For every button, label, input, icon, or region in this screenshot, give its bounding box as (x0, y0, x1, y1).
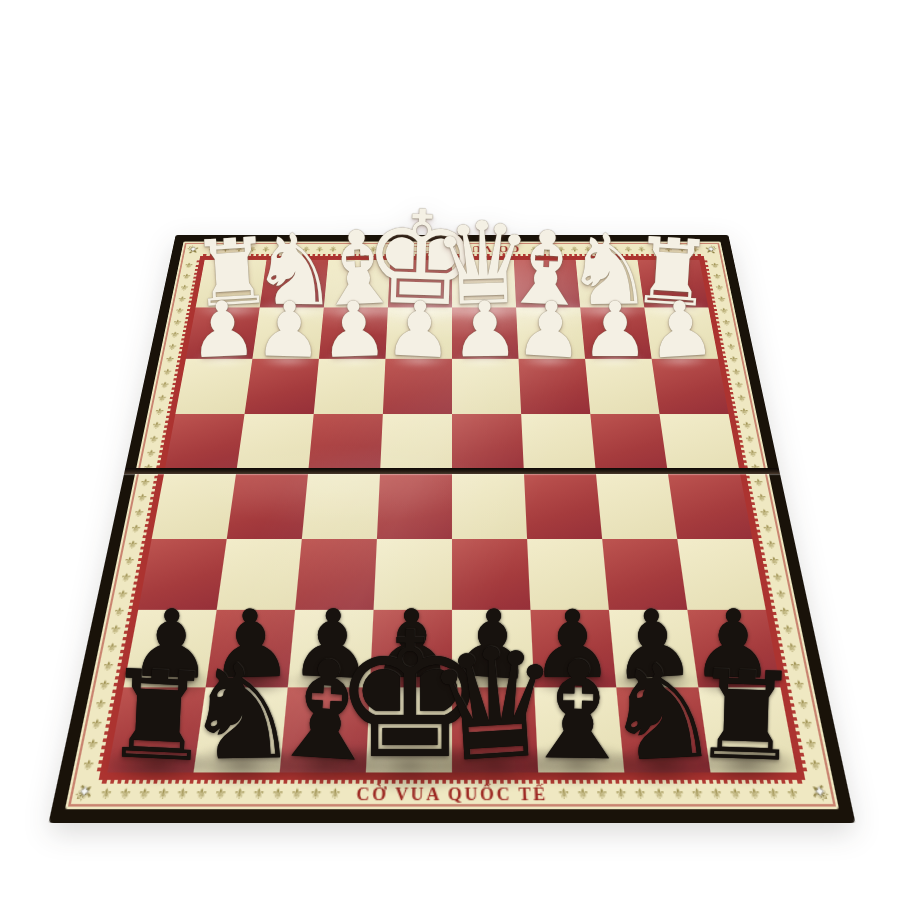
white-pawn-piece: ♟ (253, 291, 324, 369)
white-pawn-piece: ♟ (450, 291, 519, 368)
white-pawn-piece: ♟ (188, 290, 260, 369)
white-pawn-piece: ♟ (319, 291, 390, 369)
white-pawn-piece: ♟ (644, 290, 717, 370)
pieces-layer: ♜♞♝♚♛♝♞♜♟♟♟♟♟♟♟♟♟♟♟♟♟♟♟♟♜♞♝♚♛♝♞♜ (0, 0, 900, 900)
chess-set-photo: ⚜⚜⚜⚜⚜⚜⚜⚜⚜⚜⚜⚜⚜⚜⚜⚜ CỜ VUA QUỐC TẾ ⚜⚜⚜⚜⚜⚜⚜⚜… (0, 0, 900, 900)
white-pawn-piece: ♟ (581, 292, 649, 368)
white-pawn-piece: ♟ (383, 290, 455, 369)
black-rook-piece: ♜ (690, 654, 803, 779)
white-pawn-piece: ♟ (513, 290, 586, 370)
